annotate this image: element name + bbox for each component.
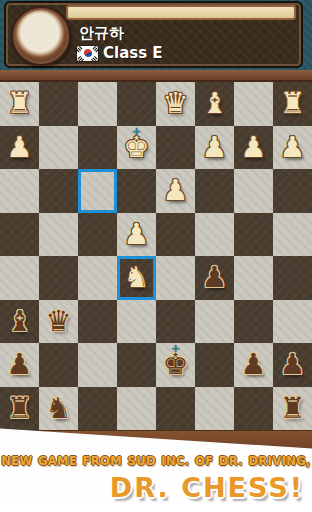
square-r0c4[interactable]: ♛	[156, 82, 195, 126]
square-r6c1[interactable]	[39, 343, 78, 387]
square-r7c4[interactable]	[156, 387, 195, 431]
square-r4c0[interactable]	[0, 256, 39, 300]
square-r1c2[interactable]	[78, 126, 117, 170]
brown-pawn-piece: ♟	[7, 350, 33, 379]
king-cross-icon: +	[132, 126, 141, 137]
square-r7c6[interactable]	[234, 387, 273, 431]
square-r2c3[interactable]	[117, 169, 156, 213]
cream-rook-piece: ♜	[280, 89, 306, 118]
square-r3c3[interactable]: ♟	[117, 213, 156, 257]
square-r7c5[interactable]	[195, 387, 234, 431]
square-r5c2[interactable]	[78, 300, 117, 344]
square-r2c6[interactable]	[234, 169, 273, 213]
top-bar-background: 안규하 Class E	[0, 0, 312, 70]
square-r0c3[interactable]	[117, 82, 156, 126]
square-r0c5[interactable]: ♝	[195, 82, 234, 126]
square-r1c0[interactable]: ♟	[0, 126, 39, 170]
opponent-progress-bar	[66, 5, 296, 20]
king-cross-icon: +	[171, 343, 180, 354]
square-r4c1[interactable]	[39, 256, 78, 300]
cream-knight-piece: ♞	[124, 263, 150, 292]
square-r4c5[interactable]: ♟	[195, 256, 234, 300]
brown-queen-piece: ♛	[46, 307, 72, 336]
brown-pawn-piece: ♟	[280, 350, 306, 379]
square-r5c4[interactable]	[156, 300, 195, 344]
square-r5c6[interactable]	[234, 300, 273, 344]
square-r2c4[interactable]: ♟	[156, 169, 195, 213]
square-r4c4[interactable]	[156, 256, 195, 300]
square-r1c1[interactable]	[39, 126, 78, 170]
board-frame-top	[0, 70, 312, 82]
square-r6c7[interactable]: ♟	[273, 343, 312, 387]
square-r2c5[interactable]	[195, 169, 234, 213]
square-r2c1[interactable]	[39, 169, 78, 213]
flag-trigram-icon	[93, 56, 98, 61]
cream-queen-piece: ♛	[163, 89, 189, 118]
brown-rook-piece: ♜	[280, 394, 306, 423]
square-r3c1[interactable]	[39, 213, 78, 257]
square-r4c7[interactable]	[273, 256, 312, 300]
opponent-class-label: Class E	[103, 44, 163, 62]
square-r6c0[interactable]: ♟	[0, 343, 39, 387]
square-r0c0[interactable]: ♜	[0, 82, 39, 126]
promo-banner-line1: NEW GAME FROM SUD INC. OF DR. DRIVING,	[0, 454, 312, 468]
cream-pawn-piece: ♟	[280, 133, 306, 162]
opponent-class-row: Class E	[77, 44, 163, 62]
opponent-name: 안규하	[79, 24, 124, 43]
square-r6c2[interactable]	[78, 343, 117, 387]
brown-pawn-piece: ♟	[241, 350, 267, 379]
flag-trigram-icon	[78, 56, 83, 61]
cream-bishop-piece: ♝	[202, 89, 228, 118]
brown-bishop-piece: ♝	[7, 307, 33, 336]
cream-pawn-piece: ♟	[241, 133, 267, 162]
cream-pawn-piece: ♟	[124, 220, 150, 249]
square-r4c6[interactable]	[234, 256, 273, 300]
square-r5c3[interactable]	[117, 300, 156, 344]
square-r1c5[interactable]: ♟	[195, 126, 234, 170]
square-r1c3[interactable]: ♚+	[117, 126, 156, 170]
square-r2c0[interactable]	[0, 169, 39, 213]
square-r4c3[interactable]: ♞	[117, 256, 156, 300]
square-r5c5[interactable]	[195, 300, 234, 344]
flag-trigram-icon	[78, 46, 83, 51]
square-r7c2[interactable]	[78, 387, 117, 431]
promo-banner-line2: DR. CHESS!	[110, 472, 304, 503]
cream-pawn-piece: ♟	[202, 133, 228, 162]
square-r1c6[interactable]: ♟	[234, 126, 273, 170]
cream-pawn-piece: ♟	[163, 176, 189, 205]
square-r1c7[interactable]: ♟	[273, 126, 312, 170]
square-r5c1[interactable]: ♛	[39, 300, 78, 344]
square-r6c4[interactable]: ♚+	[156, 343, 195, 387]
square-r0c1[interactable]	[39, 82, 78, 126]
square-r7c1[interactable]: ♞	[39, 387, 78, 431]
cream-pawn-piece: ♟	[7, 133, 33, 162]
opponent-avatar	[11, 6, 71, 66]
brown-pawn-piece: ♟	[202, 263, 228, 292]
app-screen: 안규하 Class E ♜♛♝♜♟♚+♟♟♟♟♟♞♟♝♛♟♚+♟♟♜♞♜ NEW…	[0, 0, 312, 512]
square-r3c7[interactable]	[273, 213, 312, 257]
square-r7c0[interactable]: ♜	[0, 387, 39, 431]
cream-rook-piece: ♜	[7, 89, 33, 118]
square-r0c6[interactable]	[234, 82, 273, 126]
brown-rook-piece: ♜	[7, 394, 33, 423]
square-r6c6[interactable]: ♟	[234, 343, 273, 387]
square-r3c4[interactable]	[156, 213, 195, 257]
square-r5c0[interactable]: ♝	[0, 300, 39, 344]
brown-knight-piece: ♞	[46, 394, 72, 423]
square-r0c7[interactable]: ♜	[273, 82, 312, 126]
square-r3c6[interactable]	[234, 213, 273, 257]
square-r7c3[interactable]	[117, 387, 156, 431]
square-r4c2[interactable]	[78, 256, 117, 300]
square-r2c7[interactable]	[273, 169, 312, 213]
square-r7c7[interactable]: ♜	[273, 387, 312, 431]
square-r6c3[interactable]	[117, 343, 156, 387]
chess-board: ♜♛♝♜♟♚+♟♟♟♟♟♞♟♝♛♟♚+♟♟♜♞♜	[0, 82, 312, 430]
square-r6c5[interactable]	[195, 343, 234, 387]
taegeuk-icon	[82, 48, 92, 58]
square-r5c7[interactable]	[273, 300, 312, 344]
square-r3c0[interactable]	[0, 213, 39, 257]
square-r2c2[interactable]	[78, 169, 117, 213]
south-korea-flag-icon	[77, 46, 98, 61]
square-r1c4[interactable]	[156, 126, 195, 170]
square-r0c2[interactable]	[78, 82, 117, 126]
flag-trigram-icon	[93, 46, 98, 51]
square-r3c5[interactable]	[195, 213, 234, 257]
square-r3c2[interactable]	[78, 213, 117, 257]
